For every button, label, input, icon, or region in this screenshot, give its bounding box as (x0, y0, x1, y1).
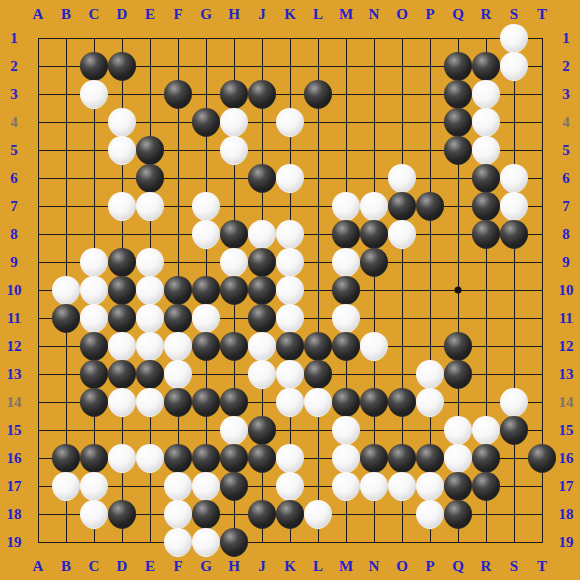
col-label-bottom-M: M (339, 558, 353, 575)
row-label-right-12: 12 (559, 338, 574, 355)
stone-black[interactable]: ● (52, 304, 80, 332)
row-label-right-7: 7 (562, 198, 570, 215)
row-label-left-17: 17 (7, 478, 22, 495)
stone-white[interactable]: ● (136, 444, 164, 472)
stone-black[interactable]: ● (108, 500, 136, 528)
col-label-top-D: D (117, 6, 128, 23)
row-label-right-13: 13 (559, 366, 574, 383)
stone-black[interactable]: ● (220, 332, 248, 360)
stone-black[interactable]: ● (500, 416, 528, 444)
col-label-bottom-R: R (481, 558, 492, 575)
col-label-bottom-T: T (537, 558, 547, 575)
stone-white[interactable]: ● (164, 528, 192, 556)
stone-white[interactable]: ● (416, 388, 444, 416)
col-label-bottom-A: A (33, 558, 44, 575)
stone-black[interactable]: ● (360, 248, 388, 276)
go-board-canvas: ●●●●●●●●●●●●●●●●●●●●●●●●●●●●●●●●●●●●●●●●… (0, 0, 580, 580)
stone-white[interactable]: ● (276, 164, 304, 192)
stone-white[interactable]: ● (108, 388, 136, 416)
col-label-bottom-F: F (173, 558, 182, 575)
col-label-bottom-D: D (117, 558, 128, 575)
stone-black[interactable]: ● (500, 220, 528, 248)
row-label-right-16: 16 (559, 450, 574, 467)
stone-black[interactable]: ● (416, 192, 444, 220)
stone-white[interactable]: ● (388, 220, 416, 248)
col-label-top-N: N (369, 6, 380, 23)
stone-black[interactable]: ● (332, 332, 360, 360)
stone-black[interactable]: ● (472, 220, 500, 248)
row-label-left-3: 3 (10, 86, 18, 103)
stone-white[interactable]: ● (220, 136, 248, 164)
col-label-bottom-C: C (89, 558, 100, 575)
stone-black[interactable]: ● (444, 136, 472, 164)
col-label-top-K: K (284, 6, 296, 23)
row-label-left-6: 6 (10, 170, 18, 187)
stone-white[interactable]: ● (108, 192, 136, 220)
row-label-right-19: 19 (559, 534, 574, 551)
col-label-top-L: L (313, 6, 323, 23)
row-label-right-4: 4 (562, 114, 570, 131)
col-label-bottom-L: L (313, 558, 323, 575)
row-label-right-15: 15 (559, 422, 574, 439)
stone-black[interactable]: ● (304, 80, 332, 108)
stone-white[interactable]: ● (52, 472, 80, 500)
col-label-top-R: R (481, 6, 492, 23)
row-label-left-14: 14 (7, 394, 22, 411)
row-label-right-2: 2 (562, 58, 570, 75)
row-label-right-11: 11 (559, 310, 573, 327)
col-label-top-Q: Q (452, 6, 464, 23)
stone-white[interactable]: ● (108, 444, 136, 472)
stone-black[interactable]: ● (192, 332, 220, 360)
row-label-left-10: 10 (7, 282, 22, 299)
col-label-bottom-E: E (145, 558, 155, 575)
stone-white[interactable]: ● (304, 388, 332, 416)
col-label-bottom-G: G (200, 558, 212, 575)
col-label-top-M: M (339, 6, 353, 23)
stone-black[interactable]: ● (360, 388, 388, 416)
row-label-left-11: 11 (7, 310, 21, 327)
stone-white[interactable]: ● (416, 500, 444, 528)
stone-white[interactable]: ● (276, 388, 304, 416)
row-label-left-9: 9 (10, 254, 18, 271)
stone-black[interactable]: ● (528, 444, 556, 472)
stone-black[interactable]: ● (248, 500, 276, 528)
stone-black[interactable]: ● (80, 388, 108, 416)
row-label-left-2: 2 (10, 58, 18, 75)
col-label-top-S: S (510, 6, 518, 23)
col-label-bottom-S: S (510, 558, 518, 575)
stone-black[interactable]: ● (472, 472, 500, 500)
stone-white[interactable]: ● (136, 192, 164, 220)
stone-black[interactable]: ● (248, 164, 276, 192)
col-label-bottom-P: P (425, 558, 434, 575)
stone-white[interactable]: ● (192, 528, 220, 556)
col-label-top-F: F (173, 6, 182, 23)
stone-black[interactable]: ● (248, 444, 276, 472)
stone-black[interactable]: ● (192, 388, 220, 416)
col-label-top-J: J (258, 6, 266, 23)
stone-black[interactable]: ● (108, 52, 136, 80)
row-label-right-14: 14 (559, 394, 574, 411)
star-point-Q10 (455, 287, 462, 294)
stone-black[interactable]: ● (220, 528, 248, 556)
row-label-right-3: 3 (562, 86, 570, 103)
col-label-top-P: P (425, 6, 434, 23)
row-label-left-4: 4 (10, 114, 18, 131)
stone-black[interactable]: ● (248, 80, 276, 108)
stone-black[interactable]: ● (276, 500, 304, 528)
col-label-top-B: B (61, 6, 71, 23)
stone-black[interactable]: ● (220, 472, 248, 500)
stone-white[interactable]: ● (360, 332, 388, 360)
row-label-right-9: 9 (562, 254, 570, 271)
col-label-top-C: C (89, 6, 100, 23)
stone-black[interactable]: ● (192, 108, 220, 136)
go-board[interactable]: ●●●●●●●●●●●●●●●●●●●●●●●●●●●●●●●●●●●●●●●●… (0, 0, 580, 580)
col-label-top-O: O (396, 6, 408, 23)
row-label-left-15: 15 (7, 422, 22, 439)
stone-white[interactable]: ● (276, 108, 304, 136)
stone-white[interactable]: ● (332, 472, 360, 500)
col-label-bottom-O: O (396, 558, 408, 575)
col-label-top-T: T (537, 6, 547, 23)
row-label-left-19: 19 (7, 534, 22, 551)
col-label-bottom-Q: Q (452, 558, 464, 575)
col-label-bottom-H: H (228, 558, 240, 575)
stone-white[interactable]: ● (304, 500, 332, 528)
row-label-right-6: 6 (562, 170, 570, 187)
col-label-bottom-J: J (258, 558, 266, 575)
row-label-left-7: 7 (10, 198, 18, 215)
stone-black[interactable]: ● (444, 360, 472, 388)
stone-black[interactable]: ● (388, 388, 416, 416)
stone-white[interactable]: ● (192, 220, 220, 248)
col-label-top-A: A (33, 6, 44, 23)
row-label-right-18: 18 (559, 506, 574, 523)
row-label-right-10: 10 (559, 282, 574, 299)
stone-white[interactable]: ● (248, 360, 276, 388)
row-label-left-5: 5 (10, 142, 18, 159)
stone-white[interactable]: ● (388, 472, 416, 500)
row-label-left-1: 1 (10, 30, 18, 47)
row-label-right-8: 8 (562, 226, 570, 243)
col-label-bottom-K: K (284, 558, 296, 575)
col-label-top-E: E (145, 6, 155, 23)
row-label-left-18: 18 (7, 506, 22, 523)
stone-black[interactable]: ● (164, 388, 192, 416)
stone-white[interactable]: ● (108, 136, 136, 164)
stone-black[interactable]: ● (164, 80, 192, 108)
stone-white[interactable]: ● (80, 500, 108, 528)
stone-white[interactable]: ● (136, 388, 164, 416)
row-label-left-8: 8 (10, 226, 18, 243)
row-label-right-5: 5 (562, 142, 570, 159)
row-label-left-16: 16 (7, 450, 22, 467)
row-label-right-17: 17 (559, 478, 574, 495)
stone-black[interactable]: ● (444, 500, 472, 528)
col-label-top-H: H (228, 6, 240, 23)
row-label-left-12: 12 (7, 338, 22, 355)
stone-black[interactable]: ● (220, 276, 248, 304)
col-label-bottom-N: N (369, 558, 380, 575)
stone-white[interactable]: ● (80, 80, 108, 108)
stone-white[interactable]: ● (360, 472, 388, 500)
col-label-top-G: G (200, 6, 212, 23)
row-label-left-13: 13 (7, 366, 22, 383)
col-label-bottom-B: B (61, 558, 71, 575)
row-label-right-1: 1 (562, 30, 570, 47)
stone-white[interactable]: ● (500, 52, 528, 80)
